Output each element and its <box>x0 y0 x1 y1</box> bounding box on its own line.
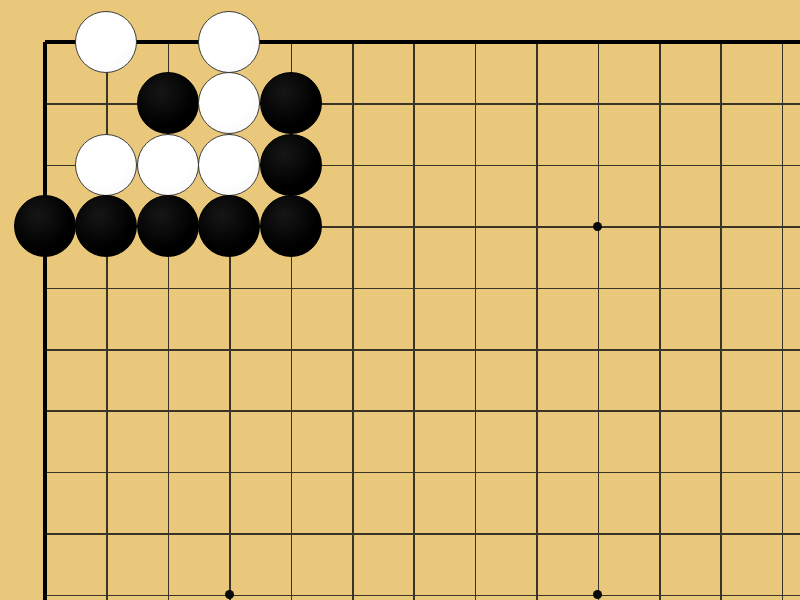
intersection[interactable] <box>14 73 75 134</box>
intersection[interactable] <box>321 257 382 318</box>
intersection[interactable] <box>751 134 800 195</box>
intersection[interactable] <box>444 134 505 195</box>
intersection[interactable] <box>14 380 75 441</box>
intersection[interactable] <box>383 73 444 134</box>
intersection[interactable] <box>137 11 198 72</box>
intersection[interactable] <box>14 134 75 195</box>
black-stone[interactable] <box>260 134 322 196</box>
intersection[interactable] <box>505 257 566 318</box>
black-stone[interactable] <box>198 195 260 257</box>
intersection[interactable] <box>198 564 259 600</box>
intersection[interactable] <box>260 441 321 502</box>
intersection[interactable] <box>198 73 259 134</box>
intersection[interactable] <box>444 318 505 379</box>
intersection[interactable] <box>751 380 800 441</box>
intersection[interactable] <box>567 257 628 318</box>
intersection[interactable] <box>137 195 198 256</box>
intersection[interactable] <box>76 73 137 134</box>
intersection[interactable] <box>690 11 751 72</box>
intersection[interactable] <box>383 318 444 379</box>
intersection[interactable] <box>505 318 566 379</box>
intersection[interactable] <box>690 195 751 256</box>
white-stone[interactable] <box>198 11 260 73</box>
intersection[interactable] <box>690 134 751 195</box>
intersection[interactable] <box>321 134 382 195</box>
star-point <box>593 590 602 599</box>
intersection[interactable] <box>567 73 628 134</box>
intersection[interactable] <box>260 564 321 600</box>
intersection[interactable] <box>198 257 259 318</box>
intersection[interactable] <box>751 502 800 563</box>
black-stone[interactable] <box>137 72 199 134</box>
intersection[interactable] <box>14 502 75 563</box>
intersection[interactable] <box>137 380 198 441</box>
intersection[interactable] <box>751 195 800 256</box>
intersection[interactable] <box>260 73 321 134</box>
black-stone[interactable] <box>137 195 199 257</box>
intersection[interactable] <box>383 502 444 563</box>
intersection[interactable] <box>567 380 628 441</box>
intersection[interactable] <box>137 257 198 318</box>
black-stone[interactable] <box>260 72 322 134</box>
intersection[interactable] <box>444 11 505 72</box>
intersection[interactable] <box>567 11 628 72</box>
intersection[interactable] <box>260 380 321 441</box>
intersection[interactable] <box>321 502 382 563</box>
intersection[interactable] <box>567 564 628 600</box>
star-point <box>225 590 234 599</box>
black-stone[interactable] <box>14 195 76 257</box>
intersection[interactable] <box>505 11 566 72</box>
intersection[interactable] <box>321 11 382 72</box>
intersection[interactable] <box>690 380 751 441</box>
intersection[interactable] <box>260 502 321 563</box>
intersection[interactable] <box>444 380 505 441</box>
intersection[interactable] <box>137 502 198 563</box>
intersection[interactable] <box>76 318 137 379</box>
intersection[interactable] <box>567 502 628 563</box>
intersection[interactable] <box>14 564 75 600</box>
intersection[interactable] <box>628 195 689 256</box>
intersection[interactable] <box>628 73 689 134</box>
intersection[interactable] <box>76 564 137 600</box>
go-board[interactable] <box>0 0 800 600</box>
intersection[interactable] <box>383 257 444 318</box>
intersection[interactable] <box>321 564 382 600</box>
intersection[interactable] <box>444 73 505 134</box>
intersection[interactable] <box>383 380 444 441</box>
intersection[interactable] <box>198 11 259 72</box>
intersection[interactable] <box>567 318 628 379</box>
intersection[interactable] <box>751 11 800 72</box>
intersection[interactable] <box>505 380 566 441</box>
intersection[interactable] <box>628 502 689 563</box>
intersection-grid <box>14 11 800 600</box>
intersection[interactable] <box>751 73 800 134</box>
intersection[interactable] <box>321 318 382 379</box>
intersection[interactable] <box>628 564 689 600</box>
intersection[interactable] <box>198 195 259 256</box>
intersection[interactable] <box>690 564 751 600</box>
intersection[interactable] <box>505 502 566 563</box>
intersection[interactable] <box>505 73 566 134</box>
intersection[interactable] <box>198 502 259 563</box>
intersection[interactable] <box>751 564 800 600</box>
intersection[interactable] <box>321 380 382 441</box>
intersection[interactable] <box>76 502 137 563</box>
intersection[interactable] <box>628 318 689 379</box>
intersection[interactable] <box>14 441 75 502</box>
intersection[interactable] <box>76 257 137 318</box>
intersection[interactable] <box>690 73 751 134</box>
intersection[interactable] <box>505 441 566 502</box>
intersection[interactable] <box>137 134 198 195</box>
intersection[interactable] <box>14 195 75 256</box>
intersection[interactable] <box>76 134 137 195</box>
intersection[interactable] <box>444 564 505 600</box>
intersection[interactable] <box>198 441 259 502</box>
intersection[interactable] <box>690 441 751 502</box>
intersection[interactable] <box>628 441 689 502</box>
intersection[interactable] <box>14 11 75 72</box>
intersection[interactable] <box>198 134 259 195</box>
white-stone[interactable] <box>137 134 199 196</box>
intersection[interactable] <box>567 195 628 256</box>
white-stone[interactable] <box>75 134 137 196</box>
intersection[interactable] <box>567 134 628 195</box>
intersection[interactable] <box>444 502 505 563</box>
star-point <box>593 222 602 231</box>
intersection[interactable] <box>260 318 321 379</box>
intersection[interactable] <box>383 11 444 72</box>
intersection[interactable] <box>198 318 259 379</box>
intersection[interactable] <box>76 380 137 441</box>
intersection[interactable] <box>260 257 321 318</box>
intersection[interactable] <box>260 195 321 256</box>
intersection[interactable] <box>628 380 689 441</box>
intersection[interactable] <box>505 134 566 195</box>
black-stone[interactable] <box>75 195 137 257</box>
intersection[interactable] <box>137 318 198 379</box>
intersection[interactable] <box>505 564 566 600</box>
intersection[interactable] <box>690 318 751 379</box>
intersection[interactable] <box>76 11 137 72</box>
intersection[interactable] <box>751 257 800 318</box>
intersection[interactable] <box>690 257 751 318</box>
intersection[interactable] <box>505 195 566 256</box>
intersection[interactable] <box>137 564 198 600</box>
intersection[interactable] <box>444 195 505 256</box>
intersection[interactable] <box>444 441 505 502</box>
intersection[interactable] <box>751 318 800 379</box>
intersection[interactable] <box>137 73 198 134</box>
intersection[interactable] <box>444 257 505 318</box>
intersection[interactable] <box>14 318 75 379</box>
intersection[interactable] <box>321 195 382 256</box>
intersection[interactable] <box>383 441 444 502</box>
intersection[interactable] <box>628 257 689 318</box>
intersection[interactable] <box>76 441 137 502</box>
intersection[interactable] <box>14 257 75 318</box>
intersection[interactable] <box>383 195 444 256</box>
intersection[interactable] <box>628 134 689 195</box>
intersection[interactable] <box>628 11 689 72</box>
white-stone[interactable] <box>75 11 137 73</box>
white-stone[interactable] <box>198 134 260 196</box>
intersection[interactable] <box>383 564 444 600</box>
intersection[interactable] <box>198 380 259 441</box>
intersection[interactable] <box>137 441 198 502</box>
white-stone[interactable] <box>198 72 260 134</box>
intersection[interactable] <box>260 134 321 195</box>
black-stone[interactable] <box>260 195 322 257</box>
intersection[interactable] <box>260 11 321 72</box>
intersection[interactable] <box>690 502 751 563</box>
intersection[interactable] <box>567 441 628 502</box>
intersection[interactable] <box>383 134 444 195</box>
intersection[interactable] <box>751 441 800 502</box>
intersection[interactable] <box>76 195 137 256</box>
intersection[interactable] <box>321 73 382 134</box>
intersection[interactable] <box>321 441 382 502</box>
